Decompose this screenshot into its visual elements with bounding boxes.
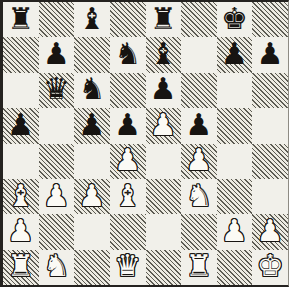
piece-black-pawn: ♟: [79, 110, 106, 140]
square-f2[interactable]: [181, 214, 217, 249]
square-h4[interactable]: [252, 144, 288, 179]
chessboard: ♜♝♜♚♟♞♝♟♟♛♞♟♟♟♟♟♟♟♟♝♟♟♝♞♟♟♟♜♞♛♜♚: [0, 0, 289, 287]
square-h8[interactable]: [252, 2, 288, 37]
square-h7[interactable]: ♟: [252, 37, 288, 72]
square-e3[interactable]: [146, 179, 182, 214]
square-c1[interactable]: [74, 250, 110, 285]
piece-black-bishop: ♝: [79, 4, 106, 34]
square-c2[interactable]: [74, 214, 110, 249]
square-d1[interactable]: ♛: [110, 250, 146, 285]
square-b5[interactable]: [39, 108, 75, 143]
square-e8[interactable]: ♜: [146, 2, 182, 37]
square-c7[interactable]: [74, 37, 110, 72]
square-d4[interactable]: ♟: [110, 144, 146, 179]
square-h5[interactable]: [252, 108, 288, 143]
square-g2[interactable]: ♟: [217, 214, 253, 249]
piece-black-rook: ♜: [150, 4, 177, 34]
square-h3[interactable]: [252, 179, 288, 214]
square-a1[interactable]: ♜: [3, 250, 39, 285]
square-g8[interactable]: ♚: [217, 2, 253, 37]
piece-black-knight: ♞: [114, 39, 141, 69]
square-a7[interactable]: [3, 37, 39, 72]
square-b4[interactable]: [39, 144, 75, 179]
square-e1[interactable]: [146, 250, 182, 285]
square-f5[interactable]: ♟: [181, 108, 217, 143]
piece-white-bishop: ♝: [7, 181, 34, 211]
square-c4[interactable]: [74, 144, 110, 179]
square-g6[interactable]: [217, 73, 253, 108]
piece-black-knight: ♞: [79, 74, 106, 104]
square-b1[interactable]: ♞: [39, 250, 75, 285]
square-d5[interactable]: ♟: [110, 108, 146, 143]
piece-white-pawn: ♟: [185, 145, 212, 175]
piece-black-king: ♚: [221, 4, 248, 34]
square-d7[interactable]: ♞: [110, 37, 146, 72]
piece-black-pawn: ♟: [150, 74, 177, 104]
square-a4[interactable]: [3, 144, 39, 179]
piece-white-pawn: ♟: [79, 181, 106, 211]
square-e6[interactable]: ♟: [146, 73, 182, 108]
square-b8[interactable]: [39, 2, 75, 37]
square-g5[interactable]: [217, 108, 253, 143]
square-a5[interactable]: ♟: [3, 108, 39, 143]
square-f3[interactable]: ♞: [181, 179, 217, 214]
piece-white-queen: ♛: [114, 251, 141, 281]
piece-black-pawn: ♟: [257, 39, 284, 69]
piece-white-pawn: ♟: [7, 216, 34, 246]
square-a3[interactable]: ♝: [3, 179, 39, 214]
square-a8[interactable]: ♜: [3, 2, 39, 37]
square-e4[interactable]: [146, 144, 182, 179]
piece-white-bishop: ♝: [114, 181, 141, 211]
square-e5[interactable]: ♟: [146, 108, 182, 143]
square-b2[interactable]: [39, 214, 75, 249]
scanned-chess-diagram: ♜♝♜♚♟♞♝♟♟♛♞♟♟♟♟♟♟♟♟♝♟♟♝♞♟♟♟♜♞♛♜♚: [0, 0, 289, 287]
square-e2[interactable]: [146, 214, 182, 249]
square-h1[interactable]: ♚: [252, 250, 288, 285]
square-d8[interactable]: [110, 2, 146, 37]
piece-white-pawn: ♟: [114, 145, 141, 175]
square-g3[interactable]: [217, 179, 253, 214]
piece-white-pawn: ♟: [150, 110, 177, 140]
piece-white-pawn: ♟: [257, 216, 284, 246]
piece-black-pawn: ♟: [185, 110, 212, 140]
piece-white-knight: ♞: [185, 181, 212, 211]
piece-white-knight: ♞: [43, 251, 70, 281]
square-f8[interactable]: [181, 2, 217, 37]
piece-black-bishop: ♝: [150, 39, 177, 69]
piece-black-pawn: ♟: [221, 39, 248, 69]
piece-black-pawn: ♟: [114, 110, 141, 140]
piece-black-rook: ♜: [7, 4, 34, 34]
piece-black-pawn: ♟: [7, 110, 34, 140]
square-e7[interactable]: ♝: [146, 37, 182, 72]
square-c3[interactable]: ♟: [74, 179, 110, 214]
square-g1[interactable]: [217, 250, 253, 285]
square-f6[interactable]: [181, 73, 217, 108]
piece-white-pawn: ♟: [43, 181, 70, 211]
piece-white-rook: ♜: [7, 251, 34, 281]
piece-white-rook: ♜: [185, 251, 212, 281]
square-g4[interactable]: [217, 144, 253, 179]
square-f4[interactable]: ♟: [181, 144, 217, 179]
square-g7[interactable]: ♟: [217, 37, 253, 72]
piece-white-king: ♚: [257, 251, 284, 281]
square-f7[interactable]: [181, 37, 217, 72]
square-b6[interactable]: ♛: [39, 73, 75, 108]
square-h2[interactable]: ♟: [252, 214, 288, 249]
square-f1[interactable]: ♜: [181, 250, 217, 285]
square-c8[interactable]: ♝: [74, 2, 110, 37]
square-c6[interactable]: ♞: [74, 73, 110, 108]
square-b3[interactable]: ♟: [39, 179, 75, 214]
piece-black-pawn: ♟: [43, 39, 70, 69]
square-b7[interactable]: ♟: [39, 37, 75, 72]
square-d3[interactable]: ♝: [110, 179, 146, 214]
square-d6[interactable]: [110, 73, 146, 108]
square-a2[interactable]: ♟: [3, 214, 39, 249]
piece-white-pawn: ♟: [221, 216, 248, 246]
square-d2[interactable]: [110, 214, 146, 249]
square-h6[interactable]: [252, 73, 288, 108]
piece-black-queen: ♛: [43, 74, 70, 104]
square-a6[interactable]: [3, 73, 39, 108]
square-c5[interactable]: ♟: [74, 108, 110, 143]
